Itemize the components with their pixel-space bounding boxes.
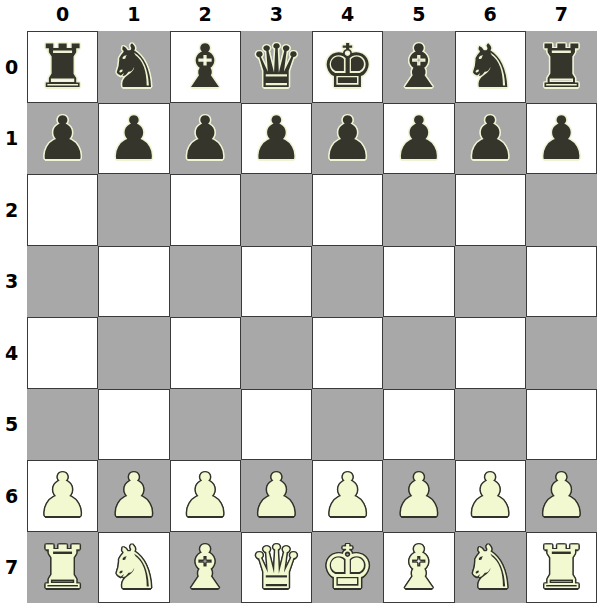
square-1-6[interactable]: ♟	[455, 103, 526, 175]
black-pawn-piece: ♟	[463, 103, 517, 174]
square-2-6[interactable]	[455, 174, 526, 246]
square-4-4[interactable]	[312, 317, 383, 389]
row-label-2: 2	[0, 174, 27, 246]
white-pawn-piece: ♟	[249, 460, 303, 531]
square-1-4[interactable]: ♟	[312, 103, 383, 175]
black-pawn-piece: ♟	[534, 103, 588, 174]
white-king-piece: ♚	[321, 532, 375, 603]
square-6-4[interactable]: ♟	[312, 460, 383, 532]
square-3-2[interactable]	[170, 246, 241, 318]
square-1-5[interactable]: ♟	[383, 103, 454, 175]
square-3-0[interactable]	[27, 246, 98, 318]
square-2-5[interactable]	[383, 174, 454, 246]
square-4-0[interactable]	[27, 317, 98, 389]
white-pawn-piece: ♟	[534, 460, 588, 531]
square-5-0[interactable]	[27, 389, 98, 461]
square-1-7[interactable]: ♟	[526, 103, 597, 175]
square-3-4[interactable]	[312, 246, 383, 318]
square-6-7[interactable]: ♟	[526, 460, 597, 532]
square-6-2[interactable]: ♟	[170, 460, 241, 532]
white-pawn-piece: ♟	[392, 460, 446, 531]
white-queen-piece: ♛	[249, 532, 303, 603]
row-label-0: 0	[0, 31, 27, 103]
square-5-5[interactable]	[383, 389, 454, 461]
square-5-4[interactable]	[312, 389, 383, 461]
square-6-5[interactable]: ♟	[383, 460, 454, 532]
square-0-4[interactable]: ♚	[312, 31, 383, 103]
square-5-1[interactable]	[98, 389, 169, 461]
black-rook-piece: ♜	[36, 31, 90, 102]
row-label-5: 5	[0, 389, 27, 461]
row-label-7: 7	[0, 532, 27, 604]
square-4-6[interactable]	[455, 317, 526, 389]
square-4-7[interactable]	[526, 317, 597, 389]
black-pawn-piece: ♟	[321, 103, 375, 174]
square-1-0[interactable]: ♟	[27, 103, 98, 175]
square-7-3[interactable]: ♛	[241, 532, 312, 604]
square-7-4[interactable]: ♚	[312, 532, 383, 604]
square-2-7[interactable]	[526, 174, 597, 246]
column-label-5: 5	[383, 0, 454, 31]
white-pawn-piece: ♟	[107, 460, 161, 531]
square-3-3[interactable]	[241, 246, 312, 318]
square-4-1[interactable]	[98, 317, 169, 389]
column-label-6: 6	[455, 0, 526, 31]
black-knight-piece: ♞	[107, 31, 161, 102]
black-pawn-piece: ♟	[392, 103, 446, 174]
black-bishop-piece: ♝	[178, 31, 232, 102]
square-7-0[interactable]: ♜	[27, 532, 98, 604]
square-3-1[interactable]	[98, 246, 169, 318]
column-label-2: 2	[170, 0, 241, 31]
column-labels: 01234567	[27, 0, 597, 31]
square-7-5[interactable]: ♝	[383, 532, 454, 604]
black-pawn-piece: ♟	[178, 103, 232, 174]
square-6-0[interactable]: ♟	[27, 460, 98, 532]
white-rook-piece: ♜	[534, 532, 588, 603]
white-knight-piece: ♞	[107, 532, 161, 603]
white-bishop-piece: ♝	[178, 532, 232, 603]
square-0-5[interactable]: ♝	[383, 31, 454, 103]
square-5-3[interactable]	[241, 389, 312, 461]
square-6-1[interactable]: ♟	[98, 460, 169, 532]
square-4-2[interactable]	[170, 317, 241, 389]
square-4-5[interactable]	[383, 317, 454, 389]
black-pawn-piece: ♟	[249, 103, 303, 174]
square-0-0[interactable]: ♜	[27, 31, 98, 103]
square-3-7[interactable]	[526, 246, 597, 318]
column-label-7: 7	[526, 0, 597, 31]
square-5-2[interactable]	[170, 389, 241, 461]
white-pawn-piece: ♟	[178, 460, 232, 531]
black-bishop-piece: ♝	[392, 31, 446, 102]
square-3-5[interactable]	[383, 246, 454, 318]
square-2-1[interactable]	[98, 174, 169, 246]
square-2-4[interactable]	[312, 174, 383, 246]
square-1-3[interactable]: ♟	[241, 103, 312, 175]
chess-board: ♜♞♝♛♚♝♞♜♟♟♟♟♟♟♟♟♟♟♟♟♟♟♟♟♜♞♝♛♚♝♞♜	[27, 31, 597, 603]
square-1-2[interactable]: ♟	[170, 103, 241, 175]
column-label-4: 4	[312, 0, 383, 31]
white-pawn-piece: ♟	[321, 460, 375, 531]
row-label-3: 3	[0, 246, 27, 318]
row-label-6: 6	[0, 460, 27, 532]
square-3-6[interactable]	[455, 246, 526, 318]
square-5-6[interactable]	[455, 389, 526, 461]
row-label-1: 1	[0, 103, 27, 175]
square-2-2[interactable]	[170, 174, 241, 246]
square-1-1[interactable]: ♟	[98, 103, 169, 175]
square-0-6[interactable]: ♞	[455, 31, 526, 103]
square-0-2[interactable]: ♝	[170, 31, 241, 103]
chess-board-screenshot: 01234567 01234567 ♜♞♝♛♚♝♞♜♟♟♟♟♟♟♟♟♟♟♟♟♟♟…	[0, 0, 600, 610]
square-2-3[interactable]	[241, 174, 312, 246]
square-6-6[interactable]: ♟	[455, 460, 526, 532]
white-bishop-piece: ♝	[392, 532, 446, 603]
black-king-piece: ♚	[321, 31, 375, 102]
black-knight-piece: ♞	[463, 31, 517, 102]
square-0-7[interactable]: ♜	[526, 31, 597, 103]
black-queen-piece: ♛	[249, 31, 303, 102]
column-label-0: 0	[27, 0, 98, 31]
square-2-0[interactable]	[27, 174, 98, 246]
square-6-3[interactable]: ♟	[241, 460, 312, 532]
square-5-7[interactable]	[526, 389, 597, 461]
square-7-7[interactable]: ♜	[526, 532, 597, 604]
column-label-1: 1	[98, 0, 169, 31]
black-pawn-piece: ♟	[107, 103, 161, 174]
row-labels: 01234567	[0, 31, 27, 603]
row-label-4: 4	[0, 317, 27, 389]
white-rook-piece: ♜	[36, 532, 90, 603]
white-pawn-piece: ♟	[36, 460, 90, 531]
black-pawn-piece: ♟	[36, 103, 90, 174]
column-label-3: 3	[241, 0, 312, 31]
square-0-3[interactable]: ♛	[241, 31, 312, 103]
square-7-2[interactable]: ♝	[170, 532, 241, 604]
white-pawn-piece: ♟	[463, 460, 517, 531]
square-7-6[interactable]: ♞	[455, 532, 526, 604]
black-rook-piece: ♜	[534, 31, 588, 102]
square-7-1[interactable]: ♞	[98, 532, 169, 604]
square-0-1[interactable]: ♞	[98, 31, 169, 103]
white-knight-piece: ♞	[463, 532, 517, 603]
square-4-3[interactable]	[241, 317, 312, 389]
